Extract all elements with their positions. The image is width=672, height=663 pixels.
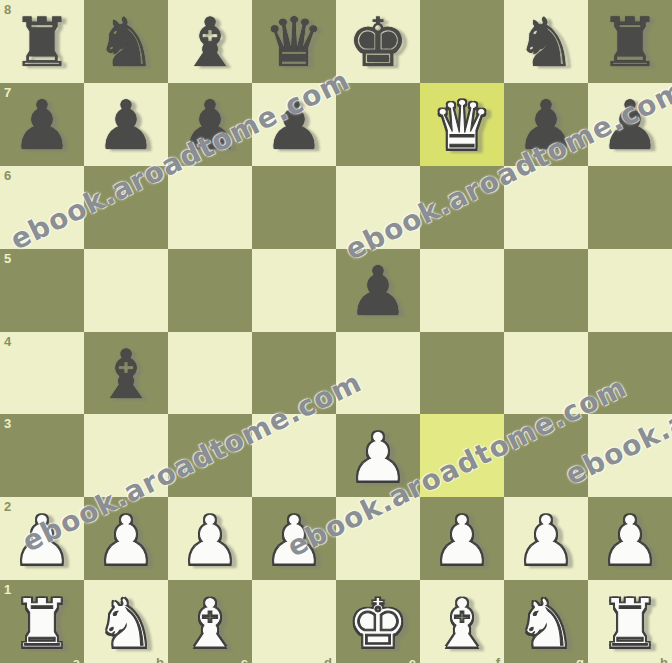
square-b6[interactable] [84, 166, 168, 249]
file-label-g: g [576, 656, 584, 663]
white-pawn-c2[interactable]: ♟ [180, 507, 241, 575]
square-d8[interactable]: ♛ [252, 0, 336, 83]
square-d2[interactable]: ♟ [252, 497, 336, 580]
rank-label-2: 2 [4, 500, 11, 513]
white-queen-f7[interactable]: ♛ [432, 92, 493, 160]
black-pawn-e5[interactable]: ♟ [348, 258, 409, 326]
square-f3[interactable] [420, 414, 504, 497]
black-pawn-a7[interactable]: ♟ [12, 92, 73, 160]
square-a1[interactable]: 1a♜ [0, 580, 84, 663]
square-e1[interactable]: e♚ [336, 580, 420, 663]
black-pawn-h7[interactable]: ♟ [600, 92, 661, 160]
black-pawn-d7[interactable]: ♟ [264, 92, 325, 160]
square-d4[interactable] [252, 332, 336, 415]
black-knight-g8[interactable]: ♞ [516, 9, 577, 77]
black-pawn-b7[interactable]: ♟ [96, 92, 157, 160]
square-a8[interactable]: 8♜ [0, 0, 84, 83]
square-f1[interactable]: f♝ [420, 580, 504, 663]
square-a6[interactable]: 6 [0, 166, 84, 249]
square-d7[interactable]: ♟ [252, 83, 336, 166]
square-g1[interactable]: g♞ [504, 580, 588, 663]
square-h1[interactable]: h♜ [588, 580, 672, 663]
square-g6[interactable] [504, 166, 588, 249]
square-b1[interactable]: b♞ [84, 580, 168, 663]
square-e5[interactable]: ♟ [336, 249, 420, 332]
white-knight-b1[interactable]: ♞ [96, 590, 157, 658]
file-label-b: b [156, 656, 164, 663]
square-h4[interactable] [588, 332, 672, 415]
file-label-f: f [496, 656, 500, 663]
square-g3[interactable] [504, 414, 588, 497]
square-e8[interactable]: ♚ [336, 0, 420, 83]
square-a7[interactable]: 7♟ [0, 83, 84, 166]
white-pawn-g2[interactable]: ♟ [516, 507, 577, 575]
square-c8[interactable]: ♝ [168, 0, 252, 83]
rank-label-8: 8 [4, 3, 11, 16]
rank-label-4: 4 [4, 335, 11, 348]
black-rook-h8[interactable]: ♜ [600, 9, 661, 77]
square-h2[interactable]: ♟ [588, 497, 672, 580]
white-pawn-a2[interactable]: ♟ [12, 507, 73, 575]
square-e6[interactable] [336, 166, 420, 249]
chess-diagram: 8♜♞♝♛♚♞♜7♟♟♟♟♛♟♟65♟4♝3♟2♟♟♟♟♟♟♟1a♜b♞c♝de… [0, 0, 672, 663]
white-pawn-f2[interactable]: ♟ [432, 507, 493, 575]
square-h8[interactable]: ♜ [588, 0, 672, 83]
square-b8[interactable]: ♞ [84, 0, 168, 83]
rank-label-7: 7 [4, 86, 11, 99]
square-d5[interactable] [252, 249, 336, 332]
chess-board: 8♜♞♝♛♚♞♜7♟♟♟♟♛♟♟65♟4♝3♟2♟♟♟♟♟♟♟1a♜b♞c♝de… [0, 0, 672, 663]
file-label-a: a [73, 656, 80, 663]
square-c1[interactable]: c♝ [168, 580, 252, 663]
square-b3[interactable] [84, 414, 168, 497]
square-b4[interactable]: ♝ [84, 332, 168, 415]
file-label-h: h [660, 656, 668, 663]
square-e3[interactable]: ♟ [336, 414, 420, 497]
black-knight-b8[interactable]: ♞ [96, 9, 157, 77]
white-rook-a1[interactable]: ♜ [12, 590, 73, 658]
square-d1[interactable]: d [252, 580, 336, 663]
square-b2[interactable]: ♟ [84, 497, 168, 580]
square-h5[interactable] [588, 249, 672, 332]
square-a5[interactable]: 5 [0, 249, 84, 332]
square-c3[interactable] [168, 414, 252, 497]
white-rook-h1[interactable]: ♜ [600, 590, 661, 658]
square-b7[interactable]: ♟ [84, 83, 168, 166]
black-queen-d8[interactable]: ♛ [264, 9, 325, 77]
square-c7[interactable]: ♟ [168, 83, 252, 166]
file-label-d: d [324, 656, 332, 663]
square-f7[interactable]: ♛ [420, 83, 504, 166]
square-a3[interactable]: 3 [0, 414, 84, 497]
square-b5[interactable] [84, 249, 168, 332]
black-bishop-c8[interactable]: ♝ [180, 9, 241, 77]
black-pawn-c7[interactable]: ♟ [180, 92, 241, 160]
square-a2[interactable]: 2♟ [0, 497, 84, 580]
black-bishop-b4[interactable]: ♝ [96, 341, 157, 409]
square-f4[interactable] [420, 332, 504, 415]
white-bishop-f1[interactable]: ♝ [432, 590, 493, 658]
square-h6[interactable] [588, 166, 672, 249]
white-pawn-b2[interactable]: ♟ [96, 507, 157, 575]
square-d3[interactable] [252, 414, 336, 497]
square-d6[interactable] [252, 166, 336, 249]
rank-label-5: 5 [4, 252, 11, 265]
rank-label-3: 3 [4, 417, 11, 430]
square-c5[interactable] [168, 249, 252, 332]
rank-label-1: 1 [4, 583, 11, 596]
white-pawn-d2[interactable]: ♟ [264, 507, 325, 575]
square-f6[interactable] [420, 166, 504, 249]
square-h3[interactable] [588, 414, 672, 497]
square-g7[interactable]: ♟ [504, 83, 588, 166]
rank-label-6: 6 [4, 169, 11, 182]
square-f8[interactable] [420, 0, 504, 83]
black-pawn-g7[interactable]: ♟ [516, 92, 577, 160]
file-label-e: e [409, 656, 416, 663]
file-label-c: c [241, 656, 248, 663]
square-e7[interactable] [336, 83, 420, 166]
square-c6[interactable] [168, 166, 252, 249]
square-e2[interactable] [336, 497, 420, 580]
square-g2[interactable]: ♟ [504, 497, 588, 580]
square-g4[interactable] [504, 332, 588, 415]
square-f5[interactable] [420, 249, 504, 332]
square-h7[interactable]: ♟ [588, 83, 672, 166]
square-f2[interactable]: ♟ [420, 497, 504, 580]
square-c2[interactable]: ♟ [168, 497, 252, 580]
white-pawn-e3[interactable]: ♟ [348, 424, 409, 492]
black-king-e8[interactable]: ♚ [348, 9, 409, 77]
square-g5[interactable] [504, 249, 588, 332]
white-knight-g1[interactable]: ♞ [516, 590, 577, 658]
square-e4[interactable] [336, 332, 420, 415]
white-pawn-h2[interactable]: ♟ [600, 507, 661, 575]
white-king-e1[interactable]: ♚ [348, 590, 409, 658]
square-g8[interactable]: ♞ [504, 0, 588, 83]
square-c4[interactable] [168, 332, 252, 415]
white-bishop-c1[interactable]: ♝ [180, 590, 241, 658]
square-a4[interactable]: 4 [0, 332, 84, 415]
black-rook-a8[interactable]: ♜ [12, 9, 73, 77]
